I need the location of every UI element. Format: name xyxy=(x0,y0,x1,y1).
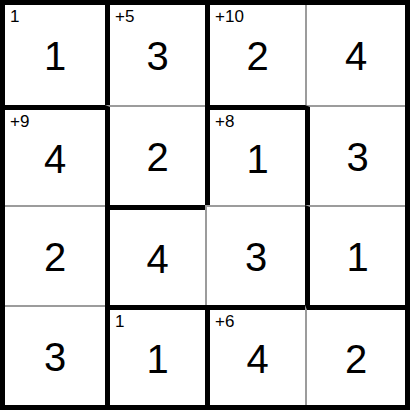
cell-value: 3 xyxy=(44,335,66,377)
cell-value: 3 xyxy=(146,34,168,76)
cage-clue: +6 xyxy=(215,312,234,332)
cage-clue: +9 xyxy=(10,112,29,132)
cell-value: 4 xyxy=(146,237,168,279)
cell-r3c2[interactable]: +64 xyxy=(205,305,305,405)
cell-r2c3[interactable]: 1 xyxy=(305,205,405,305)
cell-r1c0[interactable]: +94 xyxy=(5,105,105,205)
cell-r2c0[interactable]: 2 xyxy=(5,205,105,305)
cell-r3c1[interactable]: 11 xyxy=(105,305,205,405)
cell-value: 4 xyxy=(44,137,66,179)
cage-clue: 1 xyxy=(115,312,124,332)
cell-r3c0[interactable]: 3 xyxy=(5,305,105,405)
cell-value: 1 xyxy=(44,34,66,76)
cell-r1c3[interactable]: 3 xyxy=(305,105,405,205)
cell-r0c2[interactable]: +102 xyxy=(205,5,305,105)
cell-r1c2[interactable]: +81 xyxy=(205,105,305,205)
cell-r0c0[interactable]: 11 xyxy=(5,5,105,105)
cell-value: 3 xyxy=(346,135,368,177)
cell-value: 1 xyxy=(346,235,368,277)
cell-r2c2[interactable]: 3 xyxy=(205,205,305,305)
cell-r0c1[interactable]: +53 xyxy=(105,5,205,105)
cage-clue: +5 xyxy=(115,7,134,27)
cell-value: 2 xyxy=(44,235,66,277)
cell-r3c3[interactable]: 2 xyxy=(305,305,405,405)
cell-value: 1 xyxy=(146,337,168,379)
cell-value: 4 xyxy=(345,34,367,76)
cell-value: 2 xyxy=(146,135,168,177)
cell-value: 4 xyxy=(246,337,268,379)
cell-r0c3[interactable]: 4 xyxy=(305,5,405,105)
cage-clue: +10 xyxy=(215,7,244,27)
cage-clue: 1 xyxy=(10,7,19,27)
cell-value: 2 xyxy=(246,34,268,76)
cell-value: 2 xyxy=(345,337,367,379)
cell-r2c1[interactable]: 4 xyxy=(105,205,205,305)
cage-clue: +8 xyxy=(215,112,234,132)
kenken-board: 11+53+1024+942+8132431311+642 xyxy=(0,0,410,410)
cell-value: 3 xyxy=(245,235,267,277)
cell-value: 1 xyxy=(246,137,268,179)
cell-r1c1[interactable]: 2 xyxy=(105,105,205,205)
